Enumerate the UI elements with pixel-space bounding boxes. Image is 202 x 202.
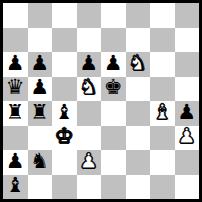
square-b3[interactable]: [28, 126, 53, 151]
square-c4[interactable]: ♝: [52, 101, 77, 126]
square-a8[interactable]: [3, 3, 28, 28]
square-h8[interactable]: [175, 3, 200, 28]
piece-black-pawn: ♟: [6, 151, 25, 172]
piece-white-bishop: ♝: [153, 102, 172, 123]
square-f2[interactable]: [126, 150, 151, 175]
square-f4[interactable]: [126, 101, 151, 126]
square-e3[interactable]: [101, 126, 126, 151]
piece-black-pawn: ♟: [30, 53, 49, 74]
square-h6[interactable]: [175, 52, 200, 77]
piece-black-rook: ♜: [6, 102, 25, 123]
piece-black-king: ♚: [104, 77, 123, 98]
square-g5[interactable]: [150, 77, 175, 102]
piece-black-pawn: ♟: [30, 77, 49, 98]
square-d7[interactable]: [77, 28, 102, 53]
square-c6[interactable]: [52, 52, 77, 77]
square-b5[interactable]: ♟: [28, 77, 53, 102]
square-e2[interactable]: [101, 150, 126, 175]
square-g4[interactable]: ♝: [150, 101, 175, 126]
piece-white-pawn: ♟: [79, 151, 98, 172]
square-b7[interactable]: [28, 28, 53, 53]
piece-black-pawn: ♟: [104, 53, 123, 74]
square-f8[interactable]: [126, 3, 151, 28]
square-g2[interactable]: [150, 150, 175, 175]
square-f7[interactable]: [126, 28, 151, 53]
square-h2[interactable]: [175, 150, 200, 175]
square-h5[interactable]: [175, 77, 200, 102]
square-c1[interactable]: [52, 175, 77, 200]
piece-black-bishop: ♝: [55, 102, 74, 123]
square-f1[interactable]: [126, 175, 151, 200]
square-e1[interactable]: [101, 175, 126, 200]
square-h7[interactable]: [175, 28, 200, 53]
square-a1[interactable]: ♝: [3, 175, 28, 200]
square-a5[interactable]: ♛: [3, 77, 28, 102]
square-b1[interactable]: [28, 175, 53, 200]
square-g1[interactable]: [150, 175, 175, 200]
square-e6[interactable]: ♟: [101, 52, 126, 77]
square-f3[interactable]: [126, 126, 151, 151]
square-b2[interactable]: ♞: [28, 150, 53, 175]
square-g6[interactable]: [150, 52, 175, 77]
piece-black-pawn: ♟: [79, 53, 98, 74]
square-c7[interactable]: [52, 28, 77, 53]
square-b6[interactable]: ♟: [28, 52, 53, 77]
piece-black-bishop: ♝: [6, 175, 25, 196]
square-f5[interactable]: [126, 77, 151, 102]
chess-board: ♟♟♟♟♞♛♟♞♚♜♜♝♝♟♚♟♟♞♟♝: [0, 0, 202, 202]
square-h4[interactable]: ♟: [175, 101, 200, 126]
piece-black-rook: ♜: [30, 102, 49, 123]
square-a6[interactable]: ♟: [3, 52, 28, 77]
square-h3[interactable]: ♟: [175, 126, 200, 151]
piece-white-knight: ♞: [128, 53, 147, 74]
square-b8[interactable]: [28, 3, 53, 28]
piece-black-knight: ♞: [30, 151, 49, 172]
square-d5[interactable]: ♞: [77, 77, 102, 102]
square-d1[interactable]: [77, 175, 102, 200]
square-c8[interactable]: [52, 3, 77, 28]
square-e4[interactable]: [101, 101, 126, 126]
square-g7[interactable]: [150, 28, 175, 53]
piece-black-pawn: ♟: [6, 53, 25, 74]
square-b4[interactable]: ♜: [28, 101, 53, 126]
square-d2[interactable]: ♟: [77, 150, 102, 175]
piece-white-king: ♚: [55, 126, 74, 147]
piece-black-pawn: ♟: [177, 102, 196, 123]
square-d6[interactable]: ♟: [77, 52, 102, 77]
square-a2[interactable]: ♟: [3, 150, 28, 175]
square-g3[interactable]: [150, 126, 175, 151]
piece-white-knight: ♞: [79, 77, 98, 98]
square-c5[interactable]: [52, 77, 77, 102]
square-c2[interactable]: [52, 150, 77, 175]
square-a7[interactable]: [3, 28, 28, 53]
square-d3[interactable]: [77, 126, 102, 151]
square-e7[interactable]: [101, 28, 126, 53]
square-d8[interactable]: [77, 3, 102, 28]
piece-white-pawn: ♟: [177, 126, 196, 147]
piece-black-queen: ♛: [6, 77, 25, 98]
square-f6[interactable]: ♞: [126, 52, 151, 77]
square-a3[interactable]: [3, 126, 28, 151]
square-d4[interactable]: [77, 101, 102, 126]
square-h1[interactable]: [175, 175, 200, 200]
square-e8[interactable]: [101, 3, 126, 28]
square-a4[interactable]: ♜: [3, 101, 28, 126]
square-g8[interactable]: [150, 3, 175, 28]
square-c3[interactable]: ♚: [52, 126, 77, 151]
square-e5[interactable]: ♚: [101, 77, 126, 102]
